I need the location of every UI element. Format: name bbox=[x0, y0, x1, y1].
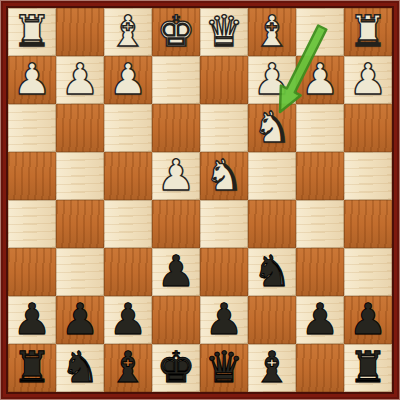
square-b2: ♟ bbox=[296, 56, 344, 104]
square-a5 bbox=[344, 200, 392, 248]
chess-board: ♜♝♚♛♝♜♟♟♟♟♟♟♞♟♞♟♞♟♟♟♟♟♟♜♞♝♚♛♝♜ bbox=[8, 8, 392, 392]
square-g7: ♟ bbox=[56, 296, 104, 344]
square-c3: ♞ bbox=[248, 104, 296, 152]
square-g2: ♟ bbox=[56, 56, 104, 104]
square-g6 bbox=[56, 248, 104, 296]
square-b5 bbox=[296, 200, 344, 248]
square-f6 bbox=[104, 248, 152, 296]
square-h3 bbox=[8, 104, 56, 152]
square-e3 bbox=[152, 104, 200, 152]
square-e4: ♟ bbox=[152, 152, 200, 200]
square-g3 bbox=[56, 104, 104, 152]
square-b8 bbox=[296, 344, 344, 392]
square-b1 bbox=[296, 8, 344, 56]
white-pawn: ♟ bbox=[13, 55, 52, 103]
square-c2: ♟ bbox=[248, 56, 296, 104]
square-c4 bbox=[248, 152, 296, 200]
square-a8: ♜ bbox=[344, 344, 392, 392]
black-knight: ♞ bbox=[61, 343, 100, 391]
square-c7 bbox=[248, 296, 296, 344]
square-g4 bbox=[56, 152, 104, 200]
square-f5 bbox=[104, 200, 152, 248]
square-d2 bbox=[200, 56, 248, 104]
square-b3 bbox=[296, 104, 344, 152]
square-f2: ♟ bbox=[104, 56, 152, 104]
square-h1: ♜ bbox=[8, 8, 56, 56]
white-rook: ♜ bbox=[349, 7, 388, 55]
square-f3 bbox=[104, 104, 152, 152]
black-pawn: ♟ bbox=[61, 295, 100, 343]
white-pawn: ♟ bbox=[61, 55, 100, 103]
square-d6 bbox=[200, 248, 248, 296]
square-g1 bbox=[56, 8, 104, 56]
square-h4 bbox=[8, 152, 56, 200]
white-king: ♚ bbox=[157, 7, 196, 55]
white-queen: ♛ bbox=[205, 7, 244, 55]
square-c1: ♝ bbox=[248, 8, 296, 56]
square-h6 bbox=[8, 248, 56, 296]
black-pawn: ♟ bbox=[13, 295, 52, 343]
white-knight: ♞ bbox=[253, 103, 292, 151]
square-b7: ♟ bbox=[296, 296, 344, 344]
square-f1: ♝ bbox=[104, 8, 152, 56]
white-pawn: ♟ bbox=[253, 55, 292, 103]
white-bishop: ♝ bbox=[109, 7, 148, 55]
square-f8: ♝ bbox=[104, 344, 152, 392]
square-d5 bbox=[200, 200, 248, 248]
square-f7: ♟ bbox=[104, 296, 152, 344]
black-king: ♚ bbox=[157, 343, 196, 391]
black-pawn: ♟ bbox=[205, 295, 244, 343]
square-e5 bbox=[152, 200, 200, 248]
square-b6 bbox=[296, 248, 344, 296]
square-f4 bbox=[104, 152, 152, 200]
square-d4: ♞ bbox=[200, 152, 248, 200]
square-d1: ♛ bbox=[200, 8, 248, 56]
square-e2 bbox=[152, 56, 200, 104]
square-c5 bbox=[248, 200, 296, 248]
square-a4 bbox=[344, 152, 392, 200]
white-bishop: ♝ bbox=[253, 7, 292, 55]
square-h5 bbox=[8, 200, 56, 248]
black-pawn: ♟ bbox=[109, 295, 148, 343]
square-b4 bbox=[296, 152, 344, 200]
square-c8: ♝ bbox=[248, 344, 296, 392]
square-e6: ♟ bbox=[152, 248, 200, 296]
square-a3 bbox=[344, 104, 392, 152]
black-knight: ♞ bbox=[253, 247, 292, 295]
square-g8: ♞ bbox=[56, 344, 104, 392]
black-rook: ♜ bbox=[349, 343, 388, 391]
white-pawn: ♟ bbox=[301, 55, 340, 103]
square-a6 bbox=[344, 248, 392, 296]
black-pawn: ♟ bbox=[301, 295, 340, 343]
square-h8: ♜ bbox=[8, 344, 56, 392]
square-h7: ♟ bbox=[8, 296, 56, 344]
square-e8: ♚ bbox=[152, 344, 200, 392]
square-c6: ♞ bbox=[248, 248, 296, 296]
square-e7 bbox=[152, 296, 200, 344]
square-d8: ♛ bbox=[200, 344, 248, 392]
white-pawn: ♟ bbox=[109, 55, 148, 103]
board-frame: ♜♝♚♛♝♜♟♟♟♟♟♟♞♟♞♟♞♟♟♟♟♟♟♜♞♝♚♛♝♜ bbox=[0, 0, 400, 400]
white-pawn: ♟ bbox=[349, 55, 388, 103]
square-g5 bbox=[56, 200, 104, 248]
square-a7: ♟ bbox=[344, 296, 392, 344]
white-pawn: ♟ bbox=[157, 151, 196, 199]
square-h2: ♟ bbox=[8, 56, 56, 104]
square-a1: ♜ bbox=[344, 8, 392, 56]
black-queen: ♛ bbox=[205, 343, 244, 391]
white-rook: ♜ bbox=[13, 7, 52, 55]
square-d7: ♟ bbox=[200, 296, 248, 344]
square-d3 bbox=[200, 104, 248, 152]
black-bishop: ♝ bbox=[109, 343, 148, 391]
white-knight: ♞ bbox=[205, 151, 244, 199]
black-pawn: ♟ bbox=[349, 295, 388, 343]
square-e1: ♚ bbox=[152, 8, 200, 56]
black-pawn: ♟ bbox=[157, 247, 196, 295]
square-a2: ♟ bbox=[344, 56, 392, 104]
black-bishop: ♝ bbox=[253, 343, 292, 391]
black-rook: ♜ bbox=[13, 343, 52, 391]
